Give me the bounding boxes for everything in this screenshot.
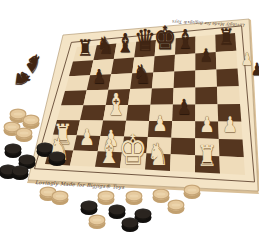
checker-black[interactable] — [122, 218, 139, 229]
checker-black[interactable] — [19, 155, 36, 166]
checker-light[interactable] — [168, 200, 185, 211]
chess-piece-light-rook[interactable]: ♜ — [197, 143, 217, 172]
chess-piece-dark-king[interactable]: ♚ — [154, 23, 177, 55]
chess-piece-dark-rook[interactable]: ♜ — [218, 26, 234, 48]
chess-piece-dark-pawn[interactable]: ♟ — [92, 68, 106, 87]
chess-piece-dark-queen[interactable]: ♛ — [135, 26, 156, 57]
checker-light[interactable] — [126, 191, 143, 202]
chess-piece-light-pawn[interactable]: ♟ — [223, 114, 238, 135]
chess-piece-dark-pawn[interactable]: ♟ — [177, 97, 192, 118]
checker-black[interactable] — [5, 144, 22, 155]
chess-piece-light-pawn[interactable]: ♟ — [153, 113, 168, 134]
checker-light[interactable] — [23, 115, 40, 126]
chess-piece-light-bishop[interactable]: ♝ — [97, 134, 120, 167]
chess-piece-dark-rook[interactable]: ♜ — [77, 36, 93, 58]
chess-piece-dark-knight[interactable]: ♞ — [97, 34, 114, 58]
chess-piece-light-king[interactable]: ♚ — [119, 130, 148, 171]
checker-light[interactable] — [98, 191, 115, 202]
checker-black[interactable] — [12, 166, 29, 177]
checker-black[interactable] — [81, 201, 98, 212]
chess-piece-light-bishop[interactable]: ♝ — [105, 90, 126, 120]
chess-piece-dark-pawn[interactable]: ♟ — [199, 47, 212, 66]
checker-black[interactable] — [49, 152, 66, 163]
chess-piece-light-pawn[interactable]: ♟ — [199, 114, 214, 135]
checker-light[interactable] — [16, 128, 33, 139]
checker-light[interactable] — [89, 215, 106, 226]
chess-piece-dark-knight[interactable]: ♞ — [12, 66, 33, 91]
chess-piece-dark-knight[interactable]: ♞ — [133, 61, 151, 87]
chess-set-photo: Lovingly Made for Bigjigs® ToysLovingly … — [0, 0, 259, 237]
chess-piece-dark-bishop[interactable]: ♝ — [176, 26, 194, 52]
checker-black[interactable] — [109, 205, 126, 216]
chess-piece-dark-bishop[interactable]: ♝ — [116, 31, 134, 57]
chess-piece-light-knight[interactable]: ♞ — [147, 139, 169, 170]
checker-light[interactable] — [52, 191, 69, 202]
chess-piece-light-pawn[interactable]: ♟ — [79, 126, 94, 148]
checker-light[interactable] — [184, 185, 201, 196]
chess-piece-dark-pawn[interactable]: ♟ — [251, 61, 259, 78]
checker-black[interactable] — [135, 209, 152, 220]
checker-light[interactable] — [153, 189, 170, 200]
